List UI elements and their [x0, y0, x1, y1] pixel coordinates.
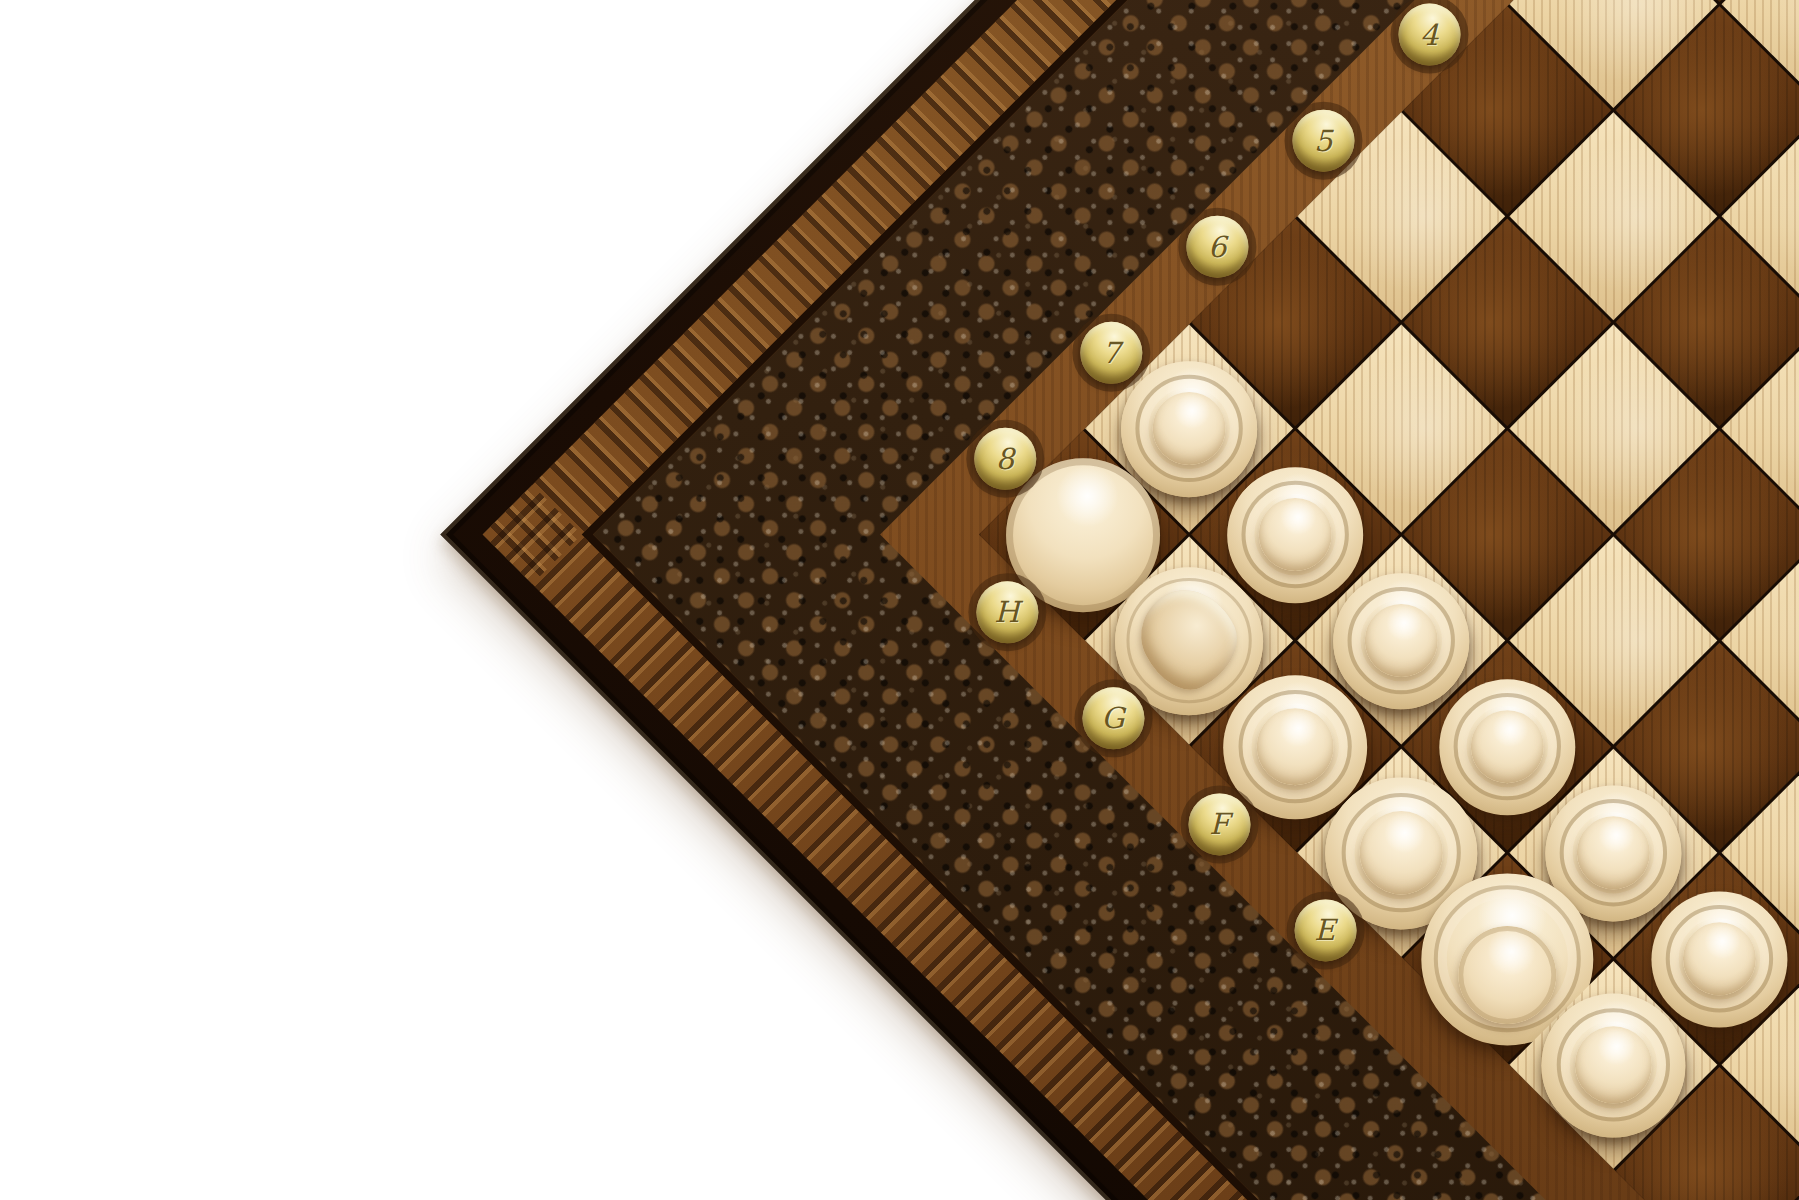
file-stud-label: F	[1209, 810, 1229, 839]
file-stud-label: H	[995, 598, 1020, 627]
rank-stud-label: 8	[996, 444, 1014, 473]
king-finial	[1381, 832, 1422, 873]
chess-board: 87654HGFE	[440, 0, 1799, 1200]
photo-stage: 87654HGFE	[0, 0, 1799, 1200]
checkerboard-field	[979, 0, 1799, 1200]
file-stud-label: E	[1315, 916, 1336, 945]
rank-stud-label: 5	[1314, 126, 1332, 155]
board-frame	[483, 0, 1799, 1200]
rank-stud-label: 4	[1420, 20, 1438, 49]
file-stud-label: G	[1102, 704, 1125, 733]
rank-stud-label: 7	[1102, 338, 1120, 367]
knight-mane	[1126, 574, 1252, 703]
carved-ornament-band	[582, 0, 1799, 1200]
rank-stud-label: 6	[1208, 232, 1226, 261]
